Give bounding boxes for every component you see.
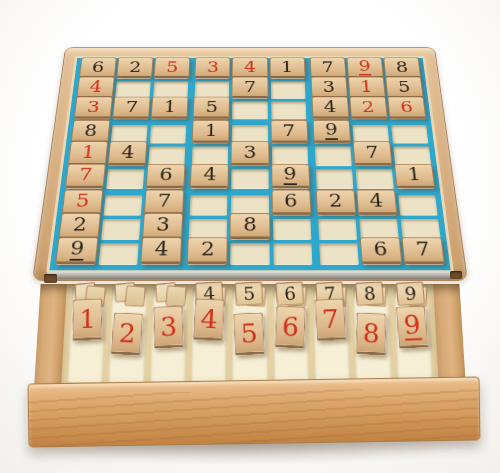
tile-2[interactable]: 2 xyxy=(116,57,153,78)
tile-digit: 1 xyxy=(407,166,422,183)
tile-digit: 8 xyxy=(243,216,257,234)
cell-r1c4[interactable]: 3 xyxy=(196,62,230,79)
tile-digit: 1 xyxy=(163,99,176,115)
cell-r5c8[interactable]: 7 xyxy=(354,147,392,166)
drawer-tile-red-8[interactable]: 8 xyxy=(356,312,386,355)
drawer-slot-7[interactable]: 77 xyxy=(313,288,350,382)
tile-digit: 1 xyxy=(79,305,96,331)
tile-4[interactable]: 4 xyxy=(190,164,229,188)
cell-r9c3[interactable]: 4 xyxy=(141,243,181,265)
cell-r8c7[interactable] xyxy=(318,219,357,240)
cell-r4c9[interactable] xyxy=(391,125,429,143)
tile-6[interactable]: 6 xyxy=(79,57,117,78)
cell-r6c7[interactable] xyxy=(316,169,354,189)
tile-9[interactable]: 9 xyxy=(271,164,310,188)
tile-digit: 4 xyxy=(154,240,169,259)
tile-digit: 7 xyxy=(321,60,334,75)
cell-r9c6[interactable] xyxy=(273,243,312,265)
drawer-tile-red-7[interactable]: 7 xyxy=(314,298,347,341)
tile-6[interactable]: 6 xyxy=(146,164,186,188)
tile-digit: 3 xyxy=(86,99,100,115)
cell-r9c5[interactable] xyxy=(231,243,270,265)
cell-r6c5[interactable] xyxy=(232,169,269,189)
tile-1[interactable]: 1 xyxy=(394,164,435,188)
tile-digit: 6 xyxy=(276,284,303,303)
cell-r3c5[interactable] xyxy=(232,102,267,120)
tile-digit: 6 xyxy=(91,60,105,75)
tile-digit: 9 xyxy=(69,239,85,261)
frame-notch-left xyxy=(44,274,57,283)
tile-digit: 8 xyxy=(83,123,97,139)
tile-digit: 2 xyxy=(361,99,375,115)
tile-digit: 8 xyxy=(395,60,409,75)
drawer-tile-red-4[interactable]: 4 xyxy=(193,298,225,341)
tile-5[interactable]: 5 xyxy=(385,77,423,98)
cell-r8c6[interactable] xyxy=(273,219,311,240)
tile-digit: 6 xyxy=(281,313,299,339)
tile-4[interactable]: 4 xyxy=(76,77,114,98)
block-2-2: 17349 xyxy=(191,125,309,188)
tile-digit: 3 xyxy=(244,144,257,161)
tile-3[interactable]: 3 xyxy=(142,213,183,239)
cell-r1c2[interactable]: 2 xyxy=(117,62,152,79)
block-1-2: 34175 xyxy=(194,62,306,119)
tile-digit: 2 xyxy=(129,60,142,75)
drawer-slot-6[interactable]: 66 xyxy=(273,288,309,382)
tile-7[interactable]: 7 xyxy=(353,142,393,166)
sudoku-board-assembly: 6254371341757983154268147617349971572394… xyxy=(32,47,468,281)
tile-digit: 8 xyxy=(363,320,380,346)
drawer-front-handle[interactable] xyxy=(28,376,481,447)
cell-r4c6[interactable]: 7 xyxy=(271,125,307,143)
cell-r3c8[interactable]: 2 xyxy=(351,102,387,120)
tile-8[interactable]: 8 xyxy=(230,213,270,239)
drawer-slot-9[interactable]: 99 xyxy=(393,288,432,382)
tile-7[interactable]: 7 xyxy=(112,97,150,119)
tile-3[interactable]: 3 xyxy=(74,97,113,119)
tile-digit: 1 xyxy=(205,123,218,139)
tile-digit: 2 xyxy=(328,192,342,210)
cell-r6c2[interactable] xyxy=(106,169,144,189)
tile-4[interactable]: 4 xyxy=(108,142,148,166)
cell-r8c5[interactable]: 8 xyxy=(231,219,269,240)
drawer-tile-red-5[interactable]: 5 xyxy=(234,312,266,355)
tile-digit: 3 xyxy=(207,60,219,75)
board-metal-rail xyxy=(47,272,454,279)
tile-digit: 9 xyxy=(397,284,424,303)
cell-r3c1[interactable]: 3 xyxy=(75,102,112,120)
block-1-1: 6254371 xyxy=(75,62,190,119)
tile-8[interactable]: 8 xyxy=(71,120,111,143)
tile-4[interactable]: 4 xyxy=(356,189,397,214)
tile-digit: 7 xyxy=(244,79,256,94)
tile-7[interactable]: 7 xyxy=(401,237,444,264)
cell-r9c1[interactable]: 9 xyxy=(56,243,97,265)
cell-r3c6[interactable] xyxy=(271,102,306,120)
tile-4[interactable]: 4 xyxy=(232,57,268,78)
tile-digit: 7 xyxy=(415,240,431,259)
tile-digit: 9 xyxy=(358,59,371,76)
stacked-tile-top[interactable] xyxy=(125,285,147,307)
tile-2[interactable]: 2 xyxy=(349,97,387,119)
tile-digit: 7 xyxy=(157,192,171,210)
block-3-3: 2467 xyxy=(317,195,444,265)
cell-r1c6[interactable]: 1 xyxy=(270,62,304,79)
cell-r7c8[interactable]: 4 xyxy=(357,195,396,215)
tile-digit: 4 xyxy=(200,305,218,331)
tile-2[interactable]: 2 xyxy=(187,237,228,264)
tile-digit: 5 xyxy=(397,79,411,94)
tile-digit: 4 xyxy=(323,99,336,115)
tile-1[interactable]: 1 xyxy=(269,57,305,78)
tile-digit: 4 xyxy=(203,166,217,183)
tile-digit: 1 xyxy=(81,144,96,161)
cell-r1c3[interactable]: 5 xyxy=(155,62,190,79)
cell-r4c7[interactable]: 9 xyxy=(314,125,350,143)
tile-7[interactable]: 7 xyxy=(144,189,184,214)
cell-r3c4[interactable]: 5 xyxy=(194,102,229,120)
tile-2[interactable]: 2 xyxy=(316,189,356,214)
tile-1[interactable]: 1 xyxy=(68,142,108,166)
cell-r5c7[interactable] xyxy=(314,147,351,166)
tile-2[interactable]: 2 xyxy=(58,213,101,239)
drawer-slot-3[interactable]: 3 xyxy=(150,288,187,382)
tile-digit: 9 xyxy=(325,122,339,140)
drawer-tile-red-1[interactable]: 1 xyxy=(72,298,102,341)
tile-1[interactable]: 1 xyxy=(348,77,386,98)
cell-r3c7[interactable]: 4 xyxy=(312,102,348,120)
tile-digit: 1 xyxy=(281,60,293,75)
tile-digit: 4 xyxy=(244,60,256,75)
tile-digit: 5 xyxy=(166,60,179,75)
cell-r9c8[interactable]: 6 xyxy=(361,243,401,265)
cell-r9c7[interactable] xyxy=(319,243,359,265)
cell-r2c6[interactable] xyxy=(270,82,305,99)
block-3-2: 682 xyxy=(188,195,312,265)
drawer-slot-1[interactable]: 1 xyxy=(67,288,106,382)
tile-digit: 8 xyxy=(357,284,384,303)
tile-7[interactable]: 7 xyxy=(270,120,308,143)
cell-r6c6[interactable]: 9 xyxy=(272,169,309,189)
cell-r3c9[interactable]: 6 xyxy=(389,102,426,120)
cell-r7c2[interactable] xyxy=(104,195,143,215)
cell-r6c3[interactable]: 6 xyxy=(147,169,185,189)
tile-1[interactable]: 1 xyxy=(151,97,189,119)
block-2-3: 971 xyxy=(314,125,435,188)
board-frame: 6254371341757983154268147617349971572394… xyxy=(32,47,468,281)
drawer-tray: 123445566778899 xyxy=(61,284,439,388)
tile-7[interactable]: 7 xyxy=(232,77,268,98)
stacked-tile-top[interactable] xyxy=(165,285,187,307)
cell-r8c2[interactable] xyxy=(101,219,141,240)
tile-7[interactable]: 7 xyxy=(310,57,347,78)
cell-r9c9[interactable]: 7 xyxy=(403,243,444,265)
tile-3[interactable]: 3 xyxy=(195,57,231,78)
tile-digit: 7 xyxy=(321,305,340,331)
tile-4[interactable]: 4 xyxy=(311,97,349,119)
tile-8[interactable]: 8 xyxy=(383,57,421,78)
tile-digit: 4 xyxy=(89,79,103,94)
board-surface: 6254371341757983154268147617349971572394… xyxy=(46,56,454,273)
tile-digit: 3 xyxy=(160,313,177,339)
block-3-1: 572394 xyxy=(56,195,183,265)
drawer-tile-red-9[interactable]: 9 xyxy=(395,306,429,349)
cell-r7c4[interactable] xyxy=(190,195,228,215)
tile-1[interactable]: 1 xyxy=(192,120,230,143)
tile-5[interactable]: 5 xyxy=(62,189,104,214)
cell-r7c7[interactable]: 2 xyxy=(317,195,355,215)
drawer-tile-red-6[interactable]: 6 xyxy=(274,306,305,349)
tile-3[interactable]: 3 xyxy=(231,142,269,166)
tile-6[interactable]: 6 xyxy=(387,97,426,119)
drawer-slot-4[interactable]: 44 xyxy=(191,288,227,382)
cell-r6c8[interactable] xyxy=(355,169,393,189)
tile-digit: 5 xyxy=(75,192,90,210)
cell-r9c4[interactable]: 2 xyxy=(188,243,227,265)
tile-4[interactable]: 4 xyxy=(140,237,182,264)
tile-5[interactable]: 5 xyxy=(193,97,230,119)
drawer-tile-red-3[interactable]: 3 xyxy=(153,306,184,349)
tile-3[interactable]: 3 xyxy=(310,77,347,98)
tile-6[interactable]: 6 xyxy=(360,237,403,264)
cell-r5c5[interactable]: 3 xyxy=(232,147,268,166)
cell-r3c2[interactable]: 7 xyxy=(113,102,149,120)
tile-5[interactable]: 5 xyxy=(154,57,191,78)
tile-digit: 1 xyxy=(360,79,374,94)
tile-digit: 4 xyxy=(121,144,135,161)
stacked-tile-black-8[interactable]: 8 xyxy=(355,281,385,306)
tile-9[interactable]: 9 xyxy=(346,57,383,78)
tile-digit: 5 xyxy=(236,284,263,303)
frame-notch-right xyxy=(450,271,462,279)
tile-digit: 6 xyxy=(159,166,173,183)
tile-digit: 7 xyxy=(78,166,93,183)
tile-digit: 2 xyxy=(201,240,215,259)
cell-r3c3[interactable]: 1 xyxy=(152,102,188,120)
drawer-slot-2[interactable]: 2 xyxy=(109,288,147,382)
cell-r2c5[interactable]: 7 xyxy=(233,82,267,99)
stacked-tile-black-6[interactable]: 6 xyxy=(275,281,304,306)
stacked-tile-black-5[interactable]: 5 xyxy=(235,281,264,306)
cell-r7c9[interactable] xyxy=(398,195,438,215)
drawer-box: 123445566778899 xyxy=(34,284,466,388)
tile-digit: 9 xyxy=(283,165,297,184)
tile-digit: 7 xyxy=(125,99,139,115)
cell-r6c4[interactable]: 4 xyxy=(191,169,228,189)
tile-digit: 6 xyxy=(399,99,413,115)
tile-digit: 7 xyxy=(365,144,379,161)
drawer-slot-8[interactable]: 88 xyxy=(353,288,391,382)
tile-9[interactable]: 9 xyxy=(55,237,98,264)
tile-digit: 9 xyxy=(402,312,421,341)
tile-digit: 5 xyxy=(240,320,258,346)
drawer-slot-5[interactable]: 55 xyxy=(232,288,267,382)
sudoku-grid: 6254371341757983154268147617349971572394… xyxy=(56,62,444,265)
cell-r5c2[interactable]: 4 xyxy=(109,147,147,166)
drawer-tile-red-2[interactable]: 2 xyxy=(111,312,144,355)
cell-r4c4[interactable]: 1 xyxy=(193,125,229,143)
scene: 6254371341757983154268147617349971572394… xyxy=(0,0,500,473)
tile-digit: 3 xyxy=(156,216,171,234)
stacked-tile-black-9[interactable]: 9 xyxy=(395,281,425,306)
tile-digit: 4 xyxy=(369,192,384,210)
tile-digit: 7 xyxy=(282,123,295,139)
block-1-3: 798315426 xyxy=(311,62,426,119)
cell-r4c3[interactable] xyxy=(150,125,186,143)
cell-r6c1[interactable]: 7 xyxy=(66,169,105,189)
tile-digit: 6 xyxy=(284,192,298,210)
cell-r9c2[interactable] xyxy=(99,243,139,265)
block-2-1: 81476 xyxy=(66,125,187,188)
cell-r6c9[interactable]: 1 xyxy=(395,169,434,189)
tile-7[interactable]: 7 xyxy=(65,164,106,188)
tile-digit: 2 xyxy=(118,320,137,346)
tile-digit: 6 xyxy=(373,240,388,259)
cell-r7c6[interactable]: 6 xyxy=(272,195,310,215)
tile-9[interactable]: 9 xyxy=(312,120,350,143)
tile-digit: 5 xyxy=(205,99,218,115)
tile-digit: 3 xyxy=(322,79,335,94)
tile-6[interactable]: 6 xyxy=(271,189,311,214)
tile-digit: 2 xyxy=(72,216,88,234)
